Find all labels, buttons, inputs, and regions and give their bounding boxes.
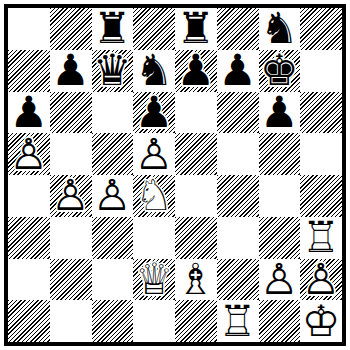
white-pawn-d5: ♟♙ xyxy=(133,133,175,175)
square-h7[interactable] xyxy=(300,50,342,92)
square-h3[interactable]: ♜♖ xyxy=(300,217,342,259)
white-rook-h3: ♜♖ xyxy=(300,217,342,259)
square-f5[interactable] xyxy=(217,133,259,175)
chess-board: ♜♜♜♜♞♞♟♟♛♛♞♞♟♟♟♟♚♚♟♟♟♟♟♟♟♙♟♙♟♙♟♙♞♘♜♖♛♕♝♗… xyxy=(8,8,342,342)
piece-glyph: ♟ xyxy=(217,50,259,92)
square-g3[interactable] xyxy=(259,217,301,259)
piece-glyph: ♞ xyxy=(259,8,301,50)
square-e8[interactable]: ♜♜ xyxy=(175,8,217,50)
piece-glyph: ♖ xyxy=(300,217,342,259)
square-b2[interactable] xyxy=(50,259,92,301)
piece-glyph: ♛ xyxy=(92,50,134,92)
square-h2[interactable]: ♟♙ xyxy=(300,259,342,301)
square-f4[interactable] xyxy=(217,175,259,217)
square-h4[interactable] xyxy=(300,175,342,217)
piece-glyph: ♙ xyxy=(133,133,175,175)
square-a5[interactable]: ♟♙ xyxy=(8,133,50,175)
square-a2[interactable] xyxy=(8,259,50,301)
piece-fill-halo: ♟ xyxy=(133,133,175,175)
square-g5[interactable] xyxy=(259,133,301,175)
square-g8[interactable]: ♞♞ xyxy=(259,8,301,50)
square-c6[interactable] xyxy=(92,92,134,134)
square-h6[interactable] xyxy=(300,92,342,134)
square-b6[interactable] xyxy=(50,92,92,134)
black-queen-c7: ♛♛ xyxy=(92,50,134,92)
white-pawn-a5: ♟♙ xyxy=(8,133,50,175)
piece-fill-halo: ♟ xyxy=(300,259,342,301)
square-g4[interactable] xyxy=(259,175,301,217)
piece-fill-halo: ♟ xyxy=(133,92,175,134)
square-b7[interactable]: ♟♟ xyxy=(50,50,92,92)
black-rook-c8: ♜♜ xyxy=(92,8,134,50)
piece-fill-halo: ♜ xyxy=(175,8,217,50)
square-e7[interactable]: ♟♟ xyxy=(175,50,217,92)
piece-fill-halo: ♟ xyxy=(8,92,50,134)
square-f8[interactable] xyxy=(217,8,259,50)
square-f2[interactable] xyxy=(217,259,259,301)
black-rook-e8: ♜♜ xyxy=(175,8,217,50)
square-g7[interactable]: ♚♚ xyxy=(259,50,301,92)
piece-glyph: ♙ xyxy=(50,175,92,217)
square-g2[interactable]: ♟♙ xyxy=(259,259,301,301)
piece-glyph: ♟ xyxy=(133,92,175,134)
piece-glyph: ♟ xyxy=(50,50,92,92)
piece-fill-halo: ♜ xyxy=(92,8,134,50)
board-frame: ♜♜♜♜♞♞♟♟♛♛♞♞♟♟♟♟♚♚♟♟♟♟♟♟♟♙♟♙♟♙♟♙♞♘♜♖♛♕♝♗… xyxy=(4,4,346,346)
square-e6[interactable] xyxy=(175,92,217,134)
square-d2[interactable]: ♛♕ xyxy=(133,259,175,301)
square-g6[interactable]: ♟♟ xyxy=(259,92,301,134)
black-pawn-e7: ♟♟ xyxy=(175,50,217,92)
piece-glyph: ♟ xyxy=(175,50,217,92)
piece-glyph: ♔ xyxy=(300,300,342,342)
piece-fill-halo: ♟ xyxy=(92,175,134,217)
piece-fill-halo: ♛ xyxy=(92,50,134,92)
square-a4[interactable] xyxy=(8,175,50,217)
square-c2[interactable] xyxy=(92,259,134,301)
square-a3[interactable] xyxy=(8,217,50,259)
piece-fill-halo: ♞ xyxy=(133,50,175,92)
square-e2[interactable]: ♝♗ xyxy=(175,259,217,301)
square-f6[interactable] xyxy=(217,92,259,134)
square-b5[interactable] xyxy=(50,133,92,175)
square-d3[interactable] xyxy=(133,217,175,259)
square-d5[interactable]: ♟♙ xyxy=(133,133,175,175)
piece-fill-halo: ♟ xyxy=(259,92,301,134)
piece-fill-halo: ♚ xyxy=(259,50,301,92)
piece-fill-halo: ♟ xyxy=(8,133,50,175)
piece-glyph: ♞ xyxy=(133,50,175,92)
square-d1[interactable] xyxy=(133,300,175,342)
chess-diagram: ♜♜♜♜♞♞♟♟♛♛♞♞♟♟♟♟♚♚♟♟♟♟♟♟♟♙♟♙♟♙♟♙♞♘♜♖♛♕♝♗… xyxy=(0,0,350,350)
piece-glyph: ♜ xyxy=(175,8,217,50)
piece-fill-halo: ♟ xyxy=(217,50,259,92)
black-knight-d7: ♞♞ xyxy=(133,50,175,92)
piece-fill-halo: ♞ xyxy=(259,8,301,50)
square-g1[interactable] xyxy=(259,300,301,342)
square-a6[interactable]: ♟♟ xyxy=(8,92,50,134)
square-d8[interactable] xyxy=(133,8,175,50)
white-pawn-c4: ♟♙ xyxy=(92,175,134,217)
white-pawn-h2: ♟♙ xyxy=(300,259,342,301)
white-rook-f1: ♜♖ xyxy=(217,300,259,342)
square-b8[interactable] xyxy=(50,8,92,50)
square-d6[interactable]: ♟♟ xyxy=(133,92,175,134)
white-pawn-g2: ♟♙ xyxy=(259,259,301,301)
square-h8[interactable] xyxy=(300,8,342,50)
piece-glyph: ♜ xyxy=(92,8,134,50)
piece-fill-halo: ♜ xyxy=(300,217,342,259)
black-knight-g8: ♞♞ xyxy=(259,8,301,50)
square-d7[interactable]: ♞♞ xyxy=(133,50,175,92)
piece-fill-halo: ♟ xyxy=(50,175,92,217)
square-c4[interactable]: ♟♙ xyxy=(92,175,134,217)
square-f3[interactable] xyxy=(217,217,259,259)
white-king-h1: ♚♔ xyxy=(300,300,342,342)
square-c1[interactable] xyxy=(92,300,134,342)
piece-fill-halo: ♟ xyxy=(175,50,217,92)
white-bishop-e2: ♝♗ xyxy=(175,259,217,301)
piece-fill-halo: ♝ xyxy=(175,259,217,301)
black-pawn-a6: ♟♟ xyxy=(8,92,50,134)
piece-glyph: ♙ xyxy=(92,175,134,217)
piece-fill-halo: ♜ xyxy=(217,300,259,342)
piece-glyph: ♟ xyxy=(259,92,301,134)
piece-fill-halo: ♞ xyxy=(133,175,175,217)
square-a1[interactable] xyxy=(8,300,50,342)
piece-fill-halo: ♛ xyxy=(133,259,175,301)
piece-glyph: ♙ xyxy=(259,259,301,301)
piece-glyph: ♟ xyxy=(8,92,50,134)
square-b3[interactable] xyxy=(50,217,92,259)
square-e5[interactable] xyxy=(175,133,217,175)
piece-glyph: ♙ xyxy=(300,259,342,301)
piece-glyph: ♙ xyxy=(8,133,50,175)
black-pawn-b7: ♟♟ xyxy=(50,50,92,92)
black-king-g7: ♚♚ xyxy=(259,50,301,92)
square-h5[interactable] xyxy=(300,133,342,175)
piece-glyph: ♕ xyxy=(133,259,175,301)
piece-fill-halo: ♟ xyxy=(259,259,301,301)
square-c5[interactable] xyxy=(92,133,134,175)
square-b1[interactable] xyxy=(50,300,92,342)
black-pawn-f7: ♟♟ xyxy=(217,50,259,92)
square-e1[interactable] xyxy=(175,300,217,342)
white-knight-d4: ♞♘ xyxy=(133,175,175,217)
piece-glyph: ♚ xyxy=(259,50,301,92)
piece-fill-halo: ♚ xyxy=(300,300,342,342)
square-b4[interactable]: ♟♙ xyxy=(50,175,92,217)
square-a7[interactable] xyxy=(8,50,50,92)
piece-glyph: ♗ xyxy=(175,259,217,301)
square-e3[interactable] xyxy=(175,217,217,259)
square-c3[interactable] xyxy=(92,217,134,259)
black-pawn-g6: ♟♟ xyxy=(259,92,301,134)
piece-glyph: ♖ xyxy=(217,300,259,342)
white-pawn-b4: ♟♙ xyxy=(50,175,92,217)
square-d4[interactable]: ♞♘ xyxy=(133,175,175,217)
piece-glyph: ♘ xyxy=(133,175,175,217)
square-f1[interactable]: ♜♖ xyxy=(217,300,259,342)
square-a8[interactable] xyxy=(8,8,50,50)
white-queen-d2: ♛♕ xyxy=(133,259,175,301)
square-c8[interactable]: ♜♜ xyxy=(92,8,134,50)
piece-fill-halo: ♟ xyxy=(50,50,92,92)
square-c7[interactable]: ♛♛ xyxy=(92,50,134,92)
black-pawn-d6: ♟♟ xyxy=(133,92,175,134)
square-h1[interactable]: ♚♔ xyxy=(300,300,342,342)
square-e4[interactable] xyxy=(175,175,217,217)
square-f7[interactable]: ♟♟ xyxy=(217,50,259,92)
